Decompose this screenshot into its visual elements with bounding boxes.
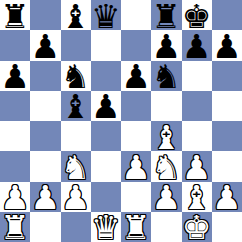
- piece-white-pawn: ♟: [61, 182, 91, 212]
- square-d6[interactable]: [91, 61, 121, 91]
- square-e7[interactable]: [121, 30, 151, 60]
- square-h4[interactable]: [212, 121, 242, 151]
- piece-black-pawn: ♟: [31, 30, 61, 60]
- square-f6[interactable]: ♞: [151, 61, 181, 91]
- square-f3[interactable]: ♞: [151, 151, 181, 181]
- square-h3[interactable]: [212, 151, 242, 181]
- square-c2[interactable]: ♟: [61, 182, 91, 212]
- piece-white-pawn: ♟: [212, 182, 242, 212]
- piece-white-pawn: ♟: [121, 151, 151, 181]
- square-f7[interactable]: ♟: [151, 30, 181, 60]
- square-h7[interactable]: ♟: [212, 30, 242, 60]
- square-e4[interactable]: [121, 121, 151, 151]
- square-e8[interactable]: [121, 0, 151, 30]
- square-e3[interactable]: ♟: [121, 151, 151, 181]
- piece-black-pawn: ♟: [212, 30, 242, 60]
- square-b2[interactable]: ♟: [30, 182, 60, 212]
- square-a5[interactable]: [0, 91, 30, 121]
- square-b3[interactable]: [30, 151, 60, 181]
- piece-white-pawn: ♟: [182, 151, 212, 181]
- square-d5[interactable]: ♟: [91, 91, 121, 121]
- piece-white-rook: ♜: [0, 212, 30, 242]
- piece-black-bishop: ♝: [61, 91, 91, 121]
- square-d3[interactable]: [91, 151, 121, 181]
- square-h5[interactable]: [212, 91, 242, 121]
- square-c1[interactable]: [61, 212, 91, 242]
- square-b8[interactable]: [30, 0, 60, 30]
- piece-black-knight: ♞: [61, 61, 91, 91]
- piece-black-pawn: ♟: [0, 61, 30, 91]
- piece-black-bishop: ♝: [61, 0, 91, 30]
- chess-board: ♜♝♛♜♚♟♟♟♟♟♞♟♞♝♟♝♞♟♞♟♟♟♟♟♝♟♜♛♜♚: [0, 0, 242, 242]
- square-f2[interactable]: ♟: [151, 182, 181, 212]
- piece-black-pawn: ♟: [152, 30, 182, 60]
- piece-white-bishop: ♝: [152, 121, 182, 151]
- square-g7[interactable]: ♟: [182, 30, 212, 60]
- square-c7[interactable]: [61, 30, 91, 60]
- piece-white-knight: ♞: [152, 151, 182, 181]
- square-e6[interactable]: ♟: [121, 61, 151, 91]
- piece-white-rook: ♜: [121, 212, 151, 242]
- square-g6[interactable]: [182, 61, 212, 91]
- square-g5[interactable]: [182, 91, 212, 121]
- piece-white-queen: ♛: [91, 212, 121, 242]
- square-h1[interactable]: [212, 212, 242, 242]
- square-f5[interactable]: [151, 91, 181, 121]
- square-e5[interactable]: [121, 91, 151, 121]
- square-f4[interactable]: ♝: [151, 121, 181, 151]
- piece-black-rook: ♜: [0, 0, 30, 30]
- piece-white-pawn: ♟: [0, 182, 30, 212]
- square-h2[interactable]: ♟: [212, 182, 242, 212]
- square-a1[interactable]: ♜: [0, 212, 30, 242]
- piece-black-queen: ♛: [91, 0, 121, 30]
- piece-white-knight: ♞: [61, 151, 91, 181]
- piece-white-bishop: ♝: [182, 182, 212, 212]
- piece-white-pawn: ♟: [152, 182, 182, 212]
- square-a3[interactable]: [0, 151, 30, 181]
- square-f1[interactable]: [151, 212, 181, 242]
- square-b4[interactable]: [30, 121, 60, 151]
- square-h8[interactable]: [212, 0, 242, 30]
- square-d2[interactable]: [91, 182, 121, 212]
- square-b1[interactable]: [30, 212, 60, 242]
- square-c6[interactable]: ♞: [61, 61, 91, 91]
- piece-white-king: ♚: [182, 212, 212, 242]
- square-e1[interactable]: ♜: [121, 212, 151, 242]
- square-a4[interactable]: [0, 121, 30, 151]
- square-d4[interactable]: [91, 121, 121, 151]
- square-a8[interactable]: ♜: [0, 0, 30, 30]
- square-d8[interactable]: ♛: [91, 0, 121, 30]
- square-a6[interactable]: ♟: [0, 61, 30, 91]
- square-c8[interactable]: ♝: [61, 0, 91, 30]
- piece-black-king: ♚: [182, 0, 212, 30]
- square-b6[interactable]: [30, 61, 60, 91]
- square-g2[interactable]: ♝: [182, 182, 212, 212]
- piece-black-pawn: ♟: [121, 61, 151, 91]
- square-g1[interactable]: ♚: [182, 212, 212, 242]
- square-f8[interactable]: ♜: [151, 0, 181, 30]
- piece-black-rook: ♜: [152, 0, 182, 30]
- square-d1[interactable]: ♛: [91, 212, 121, 242]
- square-a2[interactable]: ♟: [0, 182, 30, 212]
- piece-black-pawn: ♟: [91, 91, 121, 121]
- square-e2[interactable]: [121, 182, 151, 212]
- square-c4[interactable]: [61, 121, 91, 151]
- square-c5[interactable]: ♝: [61, 91, 91, 121]
- square-c3[interactable]: ♞: [61, 151, 91, 181]
- piece-white-pawn: ♟: [31, 182, 61, 212]
- square-h6[interactable]: [212, 61, 242, 91]
- piece-black-knight: ♞: [152, 61, 182, 91]
- square-g8[interactable]: ♚: [182, 0, 212, 30]
- square-d7[interactable]: [91, 30, 121, 60]
- square-b5[interactable]: [30, 91, 60, 121]
- square-a7[interactable]: [0, 30, 30, 60]
- square-b7[interactable]: ♟: [30, 30, 60, 60]
- square-g3[interactable]: ♟: [182, 151, 212, 181]
- piece-black-pawn: ♟: [182, 30, 212, 60]
- square-g4[interactable]: [182, 121, 212, 151]
